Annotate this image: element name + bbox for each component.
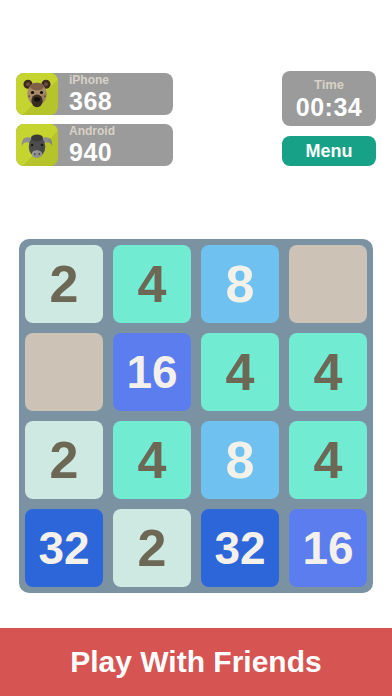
time-card: Time 00:34 (282, 71, 376, 126)
board-2048[interactable]: 248164424843223216 (19, 239, 373, 593)
tile-4-r2c3: 4 (201, 333, 279, 411)
tile-2-r1c1: 2 (25, 245, 103, 323)
player-score: 368 (69, 89, 112, 114)
tile-2-r3c1: 2 (25, 421, 103, 499)
player-card-iphone: iPhone 368 (16, 73, 173, 115)
time-value: 00:34 (296, 95, 362, 120)
play-with-friends-button[interactable]: Play With Friends (0, 628, 392, 696)
player-info: Android 940 (58, 124, 115, 166)
time-label: Time (314, 78, 344, 91)
tile-16-r2c2: 16 (113, 333, 191, 411)
buffalo-icon (19, 127, 55, 163)
tile-32-r4c3: 32 (201, 509, 279, 587)
player-score: 940 (69, 140, 115, 165)
player-name: iPhone (69, 74, 112, 86)
tile-8-r3c3: 8 (201, 421, 279, 499)
app-frame: iPhone 368 Android 940 Time 00:34 (0, 0, 392, 696)
buffalo-avatar (16, 124, 58, 166)
tile-2-r4c2: 2 (113, 509, 191, 587)
tile-4-r1c2: 4 (113, 245, 191, 323)
menu-button[interactable]: Menu (282, 136, 376, 166)
tile-4-r3c2: 4 (113, 421, 191, 499)
tile-4-r2c4: 4 (289, 333, 367, 411)
player-card-android: Android 940 (16, 124, 173, 166)
player-name: Android (69, 125, 115, 137)
empty-cell-r2c1 (25, 333, 103, 411)
empty-cell-r1c4 (289, 245, 367, 323)
tile-32-r4c1: 32 (25, 509, 103, 587)
tile-16-r4c4: 16 (289, 509, 367, 587)
tile-8-r1c3: 8 (201, 245, 279, 323)
hyena-avatar (16, 73, 58, 115)
player-info: iPhone 368 (58, 73, 112, 115)
hyena-icon (19, 76, 55, 112)
tile-4-r3c4: 4 (289, 421, 367, 499)
